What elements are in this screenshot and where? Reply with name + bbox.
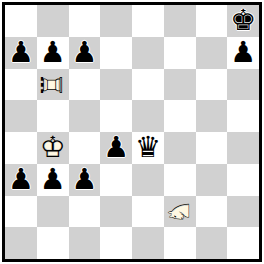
black-pawn: ♟ <box>227 37 259 69</box>
square-c8[interactable] <box>69 5 101 37</box>
chess-diagram: ♚♟♟♟♟♜♖♚♔♟♛♟♟♟♞♘ <box>0 0 264 264</box>
square-d4[interactable]: ♟ <box>100 132 132 164</box>
square-g8[interactable] <box>196 5 228 37</box>
square-f3[interactable] <box>164 164 196 196</box>
chess-board: ♚♟♟♟♟♜♖♚♔♟♛♟♟♟♞♘ <box>2 2 262 262</box>
square-h1[interactable] <box>227 227 259 259</box>
square-a7[interactable]: ♟ <box>5 37 37 69</box>
square-h2[interactable] <box>227 196 259 228</box>
square-c7[interactable]: ♟ <box>69 37 101 69</box>
black-queen: ♛ <box>132 132 164 164</box>
knight-glyph-outline: ♘ <box>164 196 196 228</box>
square-g2[interactable] <box>196 196 228 228</box>
square-f6[interactable] <box>164 69 196 101</box>
pawn-glyph: ♟ <box>69 164 101 196</box>
square-c6[interactable] <box>69 69 101 101</box>
square-e6[interactable] <box>132 69 164 101</box>
square-d1[interactable] <box>100 227 132 259</box>
pawn-glyph: ♟ <box>37 164 69 196</box>
pawn-glyph: ♟ <box>5 37 37 69</box>
black-king: ♚ <box>227 5 259 37</box>
square-d8[interactable] <box>100 5 132 37</box>
square-h8[interactable]: ♚ <box>227 5 259 37</box>
queen-glyph: ♛ <box>132 132 164 164</box>
black-pawn: ♟ <box>37 164 69 196</box>
square-c4[interactable] <box>69 132 101 164</box>
king-glyph: ♚ <box>227 5 259 37</box>
pawn-glyph: ♟ <box>37 37 69 69</box>
square-d6[interactable] <box>100 69 132 101</box>
square-a3[interactable]: ♟ <box>5 164 37 196</box>
black-pawn: ♟ <box>5 37 37 69</box>
square-g5[interactable] <box>196 100 228 132</box>
square-f1[interactable] <box>164 227 196 259</box>
square-a8[interactable] <box>5 5 37 37</box>
black-pawn: ♟ <box>69 164 101 196</box>
square-a5[interactable] <box>5 100 37 132</box>
white-king: ♚♔ <box>37 132 69 164</box>
square-c3[interactable]: ♟ <box>69 164 101 196</box>
square-f7[interactable] <box>164 37 196 69</box>
square-a2[interactable] <box>5 196 37 228</box>
square-b6[interactable]: ♜♖ <box>37 69 69 101</box>
black-pawn: ♟ <box>37 37 69 69</box>
square-f5[interactable] <box>164 100 196 132</box>
square-b4[interactable]: ♚♔ <box>37 132 69 164</box>
square-e3[interactable] <box>132 164 164 196</box>
square-g3[interactable] <box>196 164 228 196</box>
square-b5[interactable] <box>37 100 69 132</box>
square-g1[interactable] <box>196 227 228 259</box>
square-f8[interactable] <box>164 5 196 37</box>
square-d3[interactable] <box>100 164 132 196</box>
square-b8[interactable] <box>37 5 69 37</box>
square-e5[interactable] <box>132 100 164 132</box>
square-f2[interactable]: ♞♘ <box>164 196 196 228</box>
square-d2[interactable] <box>100 196 132 228</box>
black-pawn: ♟ <box>5 164 37 196</box>
king-glyph-outline: ♔ <box>37 132 69 164</box>
white-knight-rotated: ♞♘ <box>164 196 196 228</box>
square-a1[interactable] <box>5 227 37 259</box>
square-e7[interactable] <box>132 37 164 69</box>
square-h3[interactable] <box>227 164 259 196</box>
square-f4[interactable] <box>164 132 196 164</box>
square-a4[interactable] <box>5 132 37 164</box>
pawn-glyph: ♟ <box>227 37 259 69</box>
square-h5[interactable] <box>227 100 259 132</box>
square-c5[interactable] <box>69 100 101 132</box>
square-a6[interactable] <box>5 69 37 101</box>
square-c1[interactable] <box>69 227 101 259</box>
square-d7[interactable] <box>100 37 132 69</box>
square-b7[interactable]: ♟ <box>37 37 69 69</box>
white-rook-rotated: ♜♖ <box>37 69 69 101</box>
square-b3[interactable]: ♟ <box>37 164 69 196</box>
square-b2[interactable] <box>37 196 69 228</box>
square-g7[interactable] <box>196 37 228 69</box>
square-e4[interactable]: ♛ <box>132 132 164 164</box>
square-e2[interactable] <box>132 196 164 228</box>
square-e1[interactable] <box>132 227 164 259</box>
square-g4[interactable] <box>196 132 228 164</box>
square-b1[interactable] <box>37 227 69 259</box>
square-e8[interactable] <box>132 5 164 37</box>
black-pawn: ♟ <box>69 37 101 69</box>
square-d5[interactable] <box>100 100 132 132</box>
square-h7[interactable]: ♟ <box>227 37 259 69</box>
square-h6[interactable] <box>227 69 259 101</box>
pawn-glyph: ♟ <box>5 164 37 196</box>
square-h4[interactable] <box>227 132 259 164</box>
black-pawn: ♟ <box>100 132 132 164</box>
square-c2[interactable] <box>69 196 101 228</box>
rook-glyph-outline: ♖ <box>37 69 69 101</box>
square-g6[interactable] <box>196 69 228 101</box>
pawn-glyph: ♟ <box>69 37 101 69</box>
pawn-glyph: ♟ <box>100 132 132 164</box>
